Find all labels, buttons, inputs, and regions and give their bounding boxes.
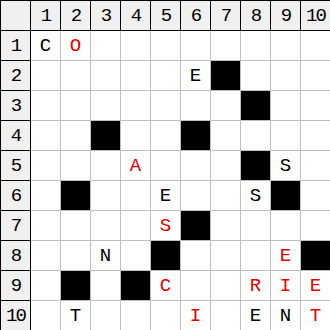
corner-cell [1, 1, 31, 31]
cell-4-7[interactable] [211, 121, 241, 151]
cell-1-3[interactable] [91, 31, 121, 61]
cell-8-6[interactable] [181, 241, 211, 271]
cell-2-10[interactable] [301, 61, 330, 91]
cell-2-9[interactable] [271, 61, 301, 91]
cell-8-7[interactable] [211, 241, 241, 271]
col-header-5: 5 [151, 1, 181, 31]
cell-6-4[interactable] [121, 181, 151, 211]
cell-2-5[interactable] [151, 61, 181, 91]
block-cell-6-2 [61, 181, 91, 211]
cell-5-3[interactable] [91, 151, 121, 181]
cell-6-8[interactable]: S [241, 181, 271, 211]
cell-10-7[interactable] [211, 301, 241, 330]
col-header-2: 2 [61, 1, 91, 31]
block-cell-9-4 [121, 271, 151, 301]
cell-2-8[interactable] [241, 61, 271, 91]
row-header-5: 5 [1, 151, 31, 181]
cell-10-9[interactable]: N [271, 301, 301, 330]
cell-5-2[interactable] [61, 151, 91, 181]
cell-2-6[interactable]: E [181, 61, 211, 91]
cell-10-6[interactable]: I [181, 301, 211, 330]
row-header-8: 8 [1, 241, 31, 271]
col-header-6: 6 [181, 1, 211, 31]
cell-1-7[interactable] [211, 31, 241, 61]
cell-1-6[interactable] [181, 31, 211, 61]
cell-2-1[interactable] [31, 61, 61, 91]
cell-10-2[interactable]: T [61, 301, 91, 330]
cell-5-4[interactable]: A [121, 151, 151, 181]
row-header-3: 3 [1, 91, 31, 121]
cell-7-3[interactable] [91, 211, 121, 241]
cell-9-8[interactable]: R [241, 271, 271, 301]
cell-6-5[interactable]: E [151, 181, 181, 211]
col-header-3: 3 [91, 1, 121, 31]
row-header-10: 10 [1, 301, 31, 330]
cell-6-10[interactable] [301, 181, 330, 211]
cell-8-4[interactable] [121, 241, 151, 271]
cell-1-5[interactable] [151, 31, 181, 61]
cell-7-10[interactable] [301, 211, 330, 241]
col-header-8: 8 [241, 1, 271, 31]
col-header-10: 10 [301, 1, 330, 31]
cell-3-10[interactable] [301, 91, 330, 121]
cell-3-7[interactable] [211, 91, 241, 121]
cell-3-1[interactable] [31, 91, 61, 121]
cell-5-1[interactable] [31, 151, 61, 181]
cell-7-7[interactable] [211, 211, 241, 241]
col-header-7: 7 [211, 1, 241, 31]
cell-4-2[interactable] [61, 121, 91, 151]
cell-9-3[interactable] [91, 271, 121, 301]
cell-10-8[interactable]: E [241, 301, 271, 330]
col-header-1: 1 [31, 1, 61, 31]
cell-3-6[interactable] [181, 91, 211, 121]
cell-3-9[interactable] [271, 91, 301, 121]
cell-8-9[interactable]: E [271, 241, 301, 271]
cell-5-5[interactable] [151, 151, 181, 181]
cell-1-1[interactable]: C [31, 31, 61, 61]
block-cell-6-9 [271, 181, 301, 211]
cell-3-5[interactable] [151, 91, 181, 121]
cell-9-10[interactable]: E [301, 271, 330, 301]
cell-3-4[interactable] [121, 91, 151, 121]
cell-3-3[interactable] [91, 91, 121, 121]
cell-10-1[interactable] [31, 301, 61, 330]
cell-7-2[interactable] [61, 211, 91, 241]
crossword-board: 123456789101CO2E345AS6ES7S8NE9CRIE10TIEN… [0, 0, 330, 330]
col-header-9: 9 [271, 1, 301, 31]
cell-5-9[interactable]: S [271, 151, 301, 181]
cell-7-9[interactable] [271, 211, 301, 241]
cell-10-5[interactable] [151, 301, 181, 330]
cell-1-2[interactable]: O [61, 31, 91, 61]
row-header-7: 7 [1, 211, 31, 241]
cell-7-5[interactable]: S [151, 211, 181, 241]
cell-9-1[interactable] [31, 271, 61, 301]
cell-5-7[interactable] [211, 151, 241, 181]
cell-4-9[interactable] [271, 121, 301, 151]
cell-10-4[interactable] [121, 301, 151, 330]
block-cell-5-8 [241, 151, 271, 181]
cell-1-10[interactable] [301, 31, 330, 61]
cell-10-10[interactable]: T [301, 301, 330, 330]
cell-6-6[interactable] [181, 181, 211, 211]
cell-5-10[interactable] [301, 151, 330, 181]
cell-9-9[interactable]: I [271, 271, 301, 301]
block-cell-8-5 [151, 241, 181, 271]
cell-5-6[interactable] [181, 151, 211, 181]
row-header-4: 4 [1, 121, 31, 151]
block-cell-3-8 [241, 91, 271, 121]
block-cell-4-6 [181, 121, 211, 151]
row-header-1: 1 [1, 31, 31, 61]
cell-8-8[interactable] [241, 241, 271, 271]
cell-1-8[interactable] [241, 31, 271, 61]
block-cell-7-6 [181, 211, 211, 241]
row-header-9: 9 [1, 271, 31, 301]
cell-2-3[interactable] [91, 61, 121, 91]
cell-6-1[interactable] [31, 181, 61, 211]
cell-6-7[interactable] [211, 181, 241, 211]
cell-1-4[interactable] [121, 31, 151, 61]
cell-2-2[interactable] [61, 61, 91, 91]
cell-4-1[interactable] [31, 121, 61, 151]
cell-2-4[interactable] [121, 61, 151, 91]
block-cell-8-10 [301, 241, 330, 271]
cell-3-2[interactable] [61, 91, 91, 121]
row-header-2: 2 [1, 61, 31, 91]
cell-4-8[interactable] [241, 121, 271, 151]
cell-9-6[interactable] [181, 271, 211, 301]
cell-9-7[interactable] [211, 271, 241, 301]
cell-10-3[interactable] [91, 301, 121, 330]
cell-9-5[interactable]: C [151, 271, 181, 301]
cell-6-3[interactable] [91, 181, 121, 211]
block-cell-9-2 [61, 271, 91, 301]
cell-8-1[interactable] [31, 241, 61, 271]
row-header-6: 6 [1, 181, 31, 211]
cell-8-3[interactable]: N [91, 241, 121, 271]
cell-7-1[interactable] [31, 211, 61, 241]
col-header-4: 4 [121, 1, 151, 31]
cell-1-9[interactable] [271, 31, 301, 61]
cell-4-5[interactable] [151, 121, 181, 151]
cell-7-4[interactable] [121, 211, 151, 241]
cell-7-8[interactable] [241, 211, 271, 241]
cell-4-10[interactable] [301, 121, 330, 151]
cell-8-2[interactable] [61, 241, 91, 271]
block-cell-2-7 [211, 61, 241, 91]
cell-4-4[interactable] [121, 121, 151, 151]
block-cell-4-3 [91, 121, 121, 151]
